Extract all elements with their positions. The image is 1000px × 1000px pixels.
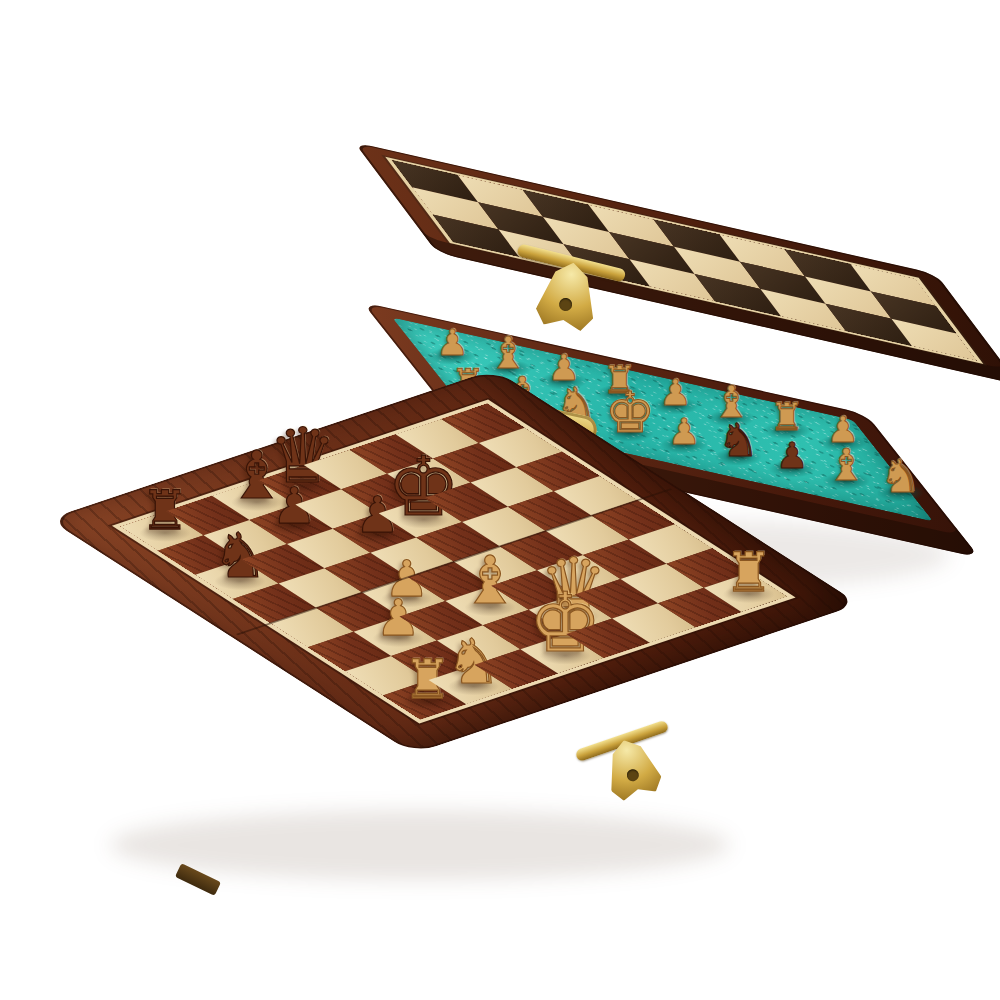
piece-white-rook[interactable]: ♜ — [724, 546, 772, 600]
tray-piece-knight[interactable]: ♞ — [880, 453, 921, 499]
tray-piece-pawn[interactable]: ♟ — [668, 414, 700, 450]
tray-piece-rook[interactable]: ♜ — [770, 398, 804, 436]
board-ground-shadow — [110, 810, 730, 880]
tray-piece-pawn[interactable]: ♟ — [776, 438, 808, 474]
tray-piece-pawn[interactable]: ♟ — [436, 325, 468, 361]
lid-clasp-icon — [505, 231, 630, 345]
tray-piece-knight[interactable]: ♞ — [718, 417, 759, 463]
tray-piece-king[interactable]: ♚ — [605, 385, 655, 441]
product-photo-scene: ♟♝♟♜♟♝♜♟♜♝♞♚♟♞♟♝♞ ♜♝♛♟♞♟♚♟♟♝♛♜♞♚♜ — [0, 0, 1000, 1000]
piece-white-king[interactable]: ♚ — [528, 582, 602, 664]
piece-black-king[interactable]: ♚ — [387, 446, 461, 528]
tray-piece-pawn[interactable]: ♟ — [659, 375, 691, 411]
front-board-clasp-icon — [571, 710, 685, 813]
tray-piece-bishop[interactable]: ♝ — [826, 443, 865, 487]
